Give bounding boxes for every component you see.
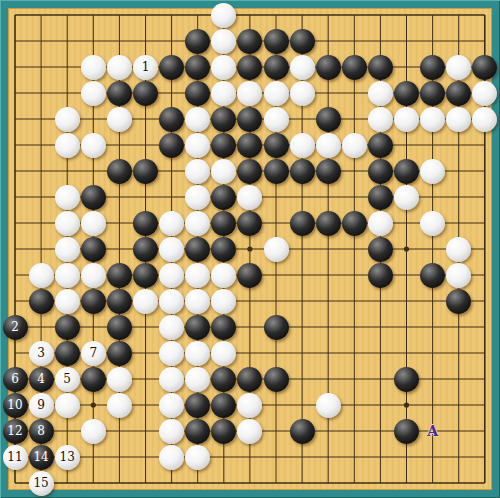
stone-black [368, 133, 393, 158]
star-point [91, 402, 96, 407]
move-number-label: 8 [37, 425, 45, 437]
stone-white [368, 211, 393, 236]
stone-white [290, 55, 315, 80]
move-number-label: 10 [7, 399, 22, 411]
stone-black-move-4: 4 [29, 367, 54, 392]
stone-black [264, 133, 289, 158]
stone-white [55, 289, 80, 314]
move-number-label: 7 [89, 347, 97, 359]
stone-black [237, 133, 262, 158]
move-number-label: 15 [33, 477, 48, 489]
stone-white [159, 341, 184, 366]
stone-black [185, 419, 210, 444]
stone-white [420, 211, 445, 236]
stone-white [446, 107, 471, 132]
move-number-label: 2 [11, 321, 19, 333]
stone-white-move-13: 13 [55, 445, 80, 470]
stone-white [237, 185, 262, 210]
stone-black [368, 237, 393, 262]
stone-black [316, 107, 341, 132]
stone-white [185, 367, 210, 392]
stone-white-move-9: 9 [29, 393, 54, 418]
stone-white [55, 393, 80, 418]
stone-black [55, 341, 80, 366]
stone-black [107, 289, 132, 314]
stone-white [264, 237, 289, 262]
stone-black [133, 159, 158, 184]
point-label-A: A [427, 423, 438, 439]
stone-white [394, 107, 419, 132]
stone-black [237, 29, 262, 54]
stone-black [211, 133, 236, 158]
stone-white [81, 55, 106, 80]
stone-white [55, 237, 80, 262]
stone-white-move-1: 1 [133, 55, 158, 80]
stone-white [446, 55, 471, 80]
stone-white [237, 393, 262, 418]
stone-black [394, 419, 419, 444]
stone-white [342, 133, 367, 158]
stone-black [81, 185, 106, 210]
stone-white [81, 419, 106, 444]
stone-black [472, 55, 497, 80]
stone-white [472, 81, 497, 106]
stone-white [29, 263, 54, 288]
stone-black [264, 315, 289, 340]
stone-white [107, 107, 132, 132]
stone-black [211, 211, 236, 236]
stone-white [211, 289, 236, 314]
stone-black [264, 367, 289, 392]
go-board[interactable]: 123764510912811141315 A [8, 8, 492, 490]
stone-black [133, 237, 158, 262]
stone-white [55, 185, 80, 210]
stone-black [290, 29, 315, 54]
stone-black [237, 55, 262, 80]
stone-white [55, 107, 80, 132]
stone-white [159, 419, 184, 444]
star-point [404, 246, 409, 251]
stone-black [394, 367, 419, 392]
stone-black [290, 159, 315, 184]
stone-white [185, 445, 210, 470]
move-number-label: 9 [37, 399, 45, 411]
stone-white [159, 211, 184, 236]
stone-black [420, 263, 445, 288]
stone-white [290, 81, 315, 106]
stone-black [133, 211, 158, 236]
stone-black [368, 159, 393, 184]
stone-white [316, 133, 341, 158]
stone-black [185, 315, 210, 340]
stone-white [159, 445, 184, 470]
stone-black-move-14: 14 [29, 445, 54, 470]
move-number-label: 3 [37, 347, 45, 359]
stone-black [107, 81, 132, 106]
stone-white [185, 133, 210, 158]
stone-black [185, 237, 210, 262]
stone-black [81, 367, 106, 392]
stone-white [420, 159, 445, 184]
stone-black [316, 159, 341, 184]
star-point [247, 246, 252, 251]
stone-black [159, 107, 184, 132]
stone-black [185, 393, 210, 418]
stone-black-move-8: 8 [29, 419, 54, 444]
stone-white [107, 55, 132, 80]
stone-white [185, 211, 210, 236]
stone-black [211, 315, 236, 340]
move-number-label: 4 [37, 373, 45, 385]
stone-white [159, 289, 184, 314]
stone-black [368, 185, 393, 210]
stone-black [133, 263, 158, 288]
stone-white [211, 3, 236, 28]
stone-black [237, 107, 262, 132]
stone-black [264, 29, 289, 54]
stone-black [159, 55, 184, 80]
stone-white [237, 419, 262, 444]
stone-black [81, 289, 106, 314]
stone-black [185, 55, 210, 80]
stone-white [159, 393, 184, 418]
stone-white-move-7: 7 [81, 341, 106, 366]
stone-black [368, 55, 393, 80]
stone-white-move-11: 11 [3, 445, 28, 470]
stone-black-move-2: 2 [3, 315, 28, 340]
stone-black [211, 107, 236, 132]
stone-black [237, 211, 262, 236]
stone-white [185, 289, 210, 314]
stone-black [107, 159, 132, 184]
move-number-label: 12 [7, 425, 22, 437]
stone-black [446, 81, 471, 106]
stone-white [264, 107, 289, 132]
stone-white [264, 81, 289, 106]
stone-white [211, 263, 236, 288]
stone-black [264, 55, 289, 80]
stone-white [211, 341, 236, 366]
stone-black [107, 315, 132, 340]
move-number-label: 13 [60, 451, 75, 463]
stone-black [185, 29, 210, 54]
stone-black [316, 55, 341, 80]
stone-white [107, 393, 132, 418]
stone-black [368, 263, 393, 288]
go-diagram-window: 123764510912811141315 A [0, 0, 500, 498]
stone-black-move-12: 12 [3, 419, 28, 444]
stone-black [133, 81, 158, 106]
stone-black [107, 341, 132, 366]
stone-white [159, 367, 184, 392]
stone-white [185, 263, 210, 288]
stone-black [237, 263, 262, 288]
stone-black [211, 419, 236, 444]
stone-white [211, 159, 236, 184]
stone-white [81, 133, 106, 158]
stone-white [159, 263, 184, 288]
stone-white [185, 159, 210, 184]
stone-white [55, 263, 80, 288]
stone-black-move-10: 10 [3, 393, 28, 418]
stone-white [368, 107, 393, 132]
stone-white-move-3: 3 [29, 341, 54, 366]
stone-black [342, 211, 367, 236]
stone-black [446, 289, 471, 314]
stone-white-move-15: 15 [29, 471, 54, 496]
stone-black [211, 367, 236, 392]
stone-black [107, 263, 132, 288]
stone-white [159, 237, 184, 262]
move-number-label: 6 [11, 373, 19, 385]
move-number-label: 5 [63, 373, 71, 385]
stone-black-move-6: 6 [3, 367, 28, 392]
stone-black [159, 133, 184, 158]
stone-white [420, 107, 445, 132]
stone-white [368, 81, 393, 106]
stone-black [394, 159, 419, 184]
star-point [404, 402, 409, 407]
stone-white [185, 341, 210, 366]
stone-black [185, 81, 210, 106]
stone-white [81, 81, 106, 106]
stone-white [159, 315, 184, 340]
stone-black [211, 237, 236, 262]
stone-black [211, 393, 236, 418]
move-number-label: 1 [142, 61, 150, 73]
stone-white [211, 55, 236, 80]
stone-black [420, 81, 445, 106]
stone-black [81, 237, 106, 262]
stone-white [81, 263, 106, 288]
stone-white [81, 211, 106, 236]
stone-black [342, 55, 367, 80]
stone-black [316, 211, 341, 236]
stone-black [290, 211, 315, 236]
stone-white [472, 107, 497, 132]
stone-white [133, 289, 158, 314]
stone-white [185, 185, 210, 210]
stone-black [211, 185, 236, 210]
stone-white [446, 237, 471, 262]
stone-black [420, 55, 445, 80]
stone-white [290, 133, 315, 158]
stone-white [55, 133, 80, 158]
stone-black [237, 159, 262, 184]
stone-black [290, 419, 315, 444]
stone-white [211, 29, 236, 54]
stone-white [446, 263, 471, 288]
stone-white [185, 107, 210, 132]
stone-white-move-5: 5 [55, 367, 80, 392]
stone-white [55, 211, 80, 236]
stone-white [316, 393, 341, 418]
stone-white [237, 81, 262, 106]
stone-black [394, 81, 419, 106]
stone-white [107, 367, 132, 392]
stone-black [29, 289, 54, 314]
stone-white [394, 185, 419, 210]
move-number-label: 11 [7, 451, 22, 463]
stone-black [55, 315, 80, 340]
stone-black [264, 159, 289, 184]
stone-black [237, 367, 262, 392]
stone-white [211, 81, 236, 106]
move-number-label: 14 [33, 451, 48, 463]
